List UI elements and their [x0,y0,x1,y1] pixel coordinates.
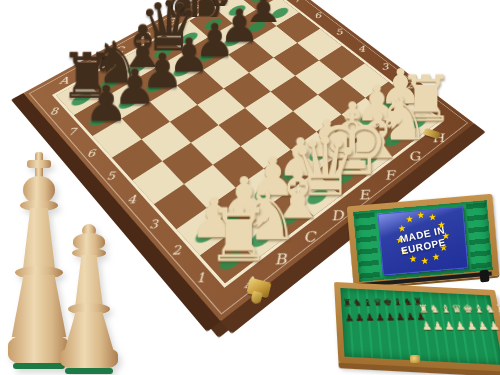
square-d7: ♟ [158,52,204,86]
felt-pad [247,0,272,6]
box-clasp-icon [410,355,420,363]
square-h8: ♜ [237,0,279,10]
eu-star-icon: ★ [428,213,437,223]
square-d6 [177,70,224,105]
dark-rook: ♜ [242,0,291,4]
square-g4 [295,60,342,94]
dark-pawn: ♟ [168,32,210,78]
dark-pawn: ♟ [194,17,235,63]
file-label-f: F [180,2,210,14]
file-label-b: B [75,58,109,72]
tray-dark-row: ♜♞♝♛♚♝♞♜ [342,294,425,310]
dark-pawn: ♟ [244,0,283,34]
rank-label-7: 7 [288,0,307,10]
felt-pad [200,15,226,32]
lid-piece-slots [466,202,492,269]
box-hinge-clip-icon [479,270,489,283]
felt-pad [175,29,202,47]
square-g6 [253,26,297,58]
square-e6 [203,55,249,89]
rank-label-8: 8 [42,98,65,125]
eu-star-icon: ★ [416,211,425,221]
lid-piece-slots [354,212,380,279]
base-felt: ♜♞♝♛♚♝♞♜ ♟♟♟♟♟♟♟♟ ♜♞♝♛♚♝♞♜ ♟♟♟♟♟♟♟♟ [340,288,500,365]
lid-felt: ★ ★ ★ ★ ★ ★ ★ ★ ★ ★ ★ ★ MADE IN EUROP [353,200,493,281]
tray-light-row: ♜♞♝♛♚♝♞♜ [417,302,500,318]
rank-label-6: 6 [308,5,328,26]
file-label-e: E [155,15,186,28]
tray-dark-pieces: ♜♞♝♛♚♝♞♜ ♟♟♟♟♟♟♟♟ [342,294,428,325]
dark-knight: ♞ [220,0,267,18]
square-g7: ♟ [233,10,277,40]
rank-label-4: 4 [351,38,373,61]
tray-dark-row: ♟♟♟♟♟♟♟♟ [344,309,428,325]
felt-pad [169,61,197,80]
square-f4 [271,76,318,112]
file-label-a: A [46,73,81,88]
tray-light-pieces: ♜♞♝♛♚♝♞♜ ♟♟♟♟♟♟♟♟ [417,302,500,335]
square-e5 [224,73,271,108]
eu-star-icon: ★ [432,253,441,263]
square-g5 [274,43,319,76]
eu-star-icon: ★ [409,255,418,265]
tray-light-row: ♟♟♟♟♟♟♟♟ [420,318,500,335]
file-label-g: G [204,0,234,1]
square-f7: ♟ [209,23,253,54]
king-cross-icon [27,160,51,168]
square-e7: ♟ [183,37,228,69]
dark-pawn: ♟ [84,79,128,128]
made-in-europe-panel: ★ ★ ★ ★ ★ ★ ★ ★ ★ ★ ★ ★ MADE IN EUROP [377,206,468,275]
queen-felt-base [65,368,113,374]
felt-pad [220,32,247,50]
light-rook: ♜ [206,199,271,272]
square-g8: ♞ [214,0,257,23]
file-label-d: D [129,29,161,42]
eu-star-icon: ★ [405,215,414,225]
file-label-c: C [102,43,135,57]
rank-label-5: 5 [329,21,350,43]
felt-pad [195,46,222,65]
dark-pawn: ♟ [219,3,259,48]
square-f6 [228,40,273,73]
foreground-queen-piece [60,224,118,375]
eu-star-icon: ★ [420,257,429,267]
king-felt-base [13,363,65,369]
chess-set-product-photo: ABCDEFGH ABCDEFGH 87654321 87654321 ♜♞♝♛… [0,0,500,375]
felt-pad [224,2,250,19]
square-f5 [249,58,295,92]
storage-box-inset: ★ ★ ★ ★ ★ ★ ★ ★ ★ ★ ★ ★ MADE IN EUROP [332,186,500,375]
square-a7: ♟ [74,98,122,135]
felt-pad [244,18,270,35]
